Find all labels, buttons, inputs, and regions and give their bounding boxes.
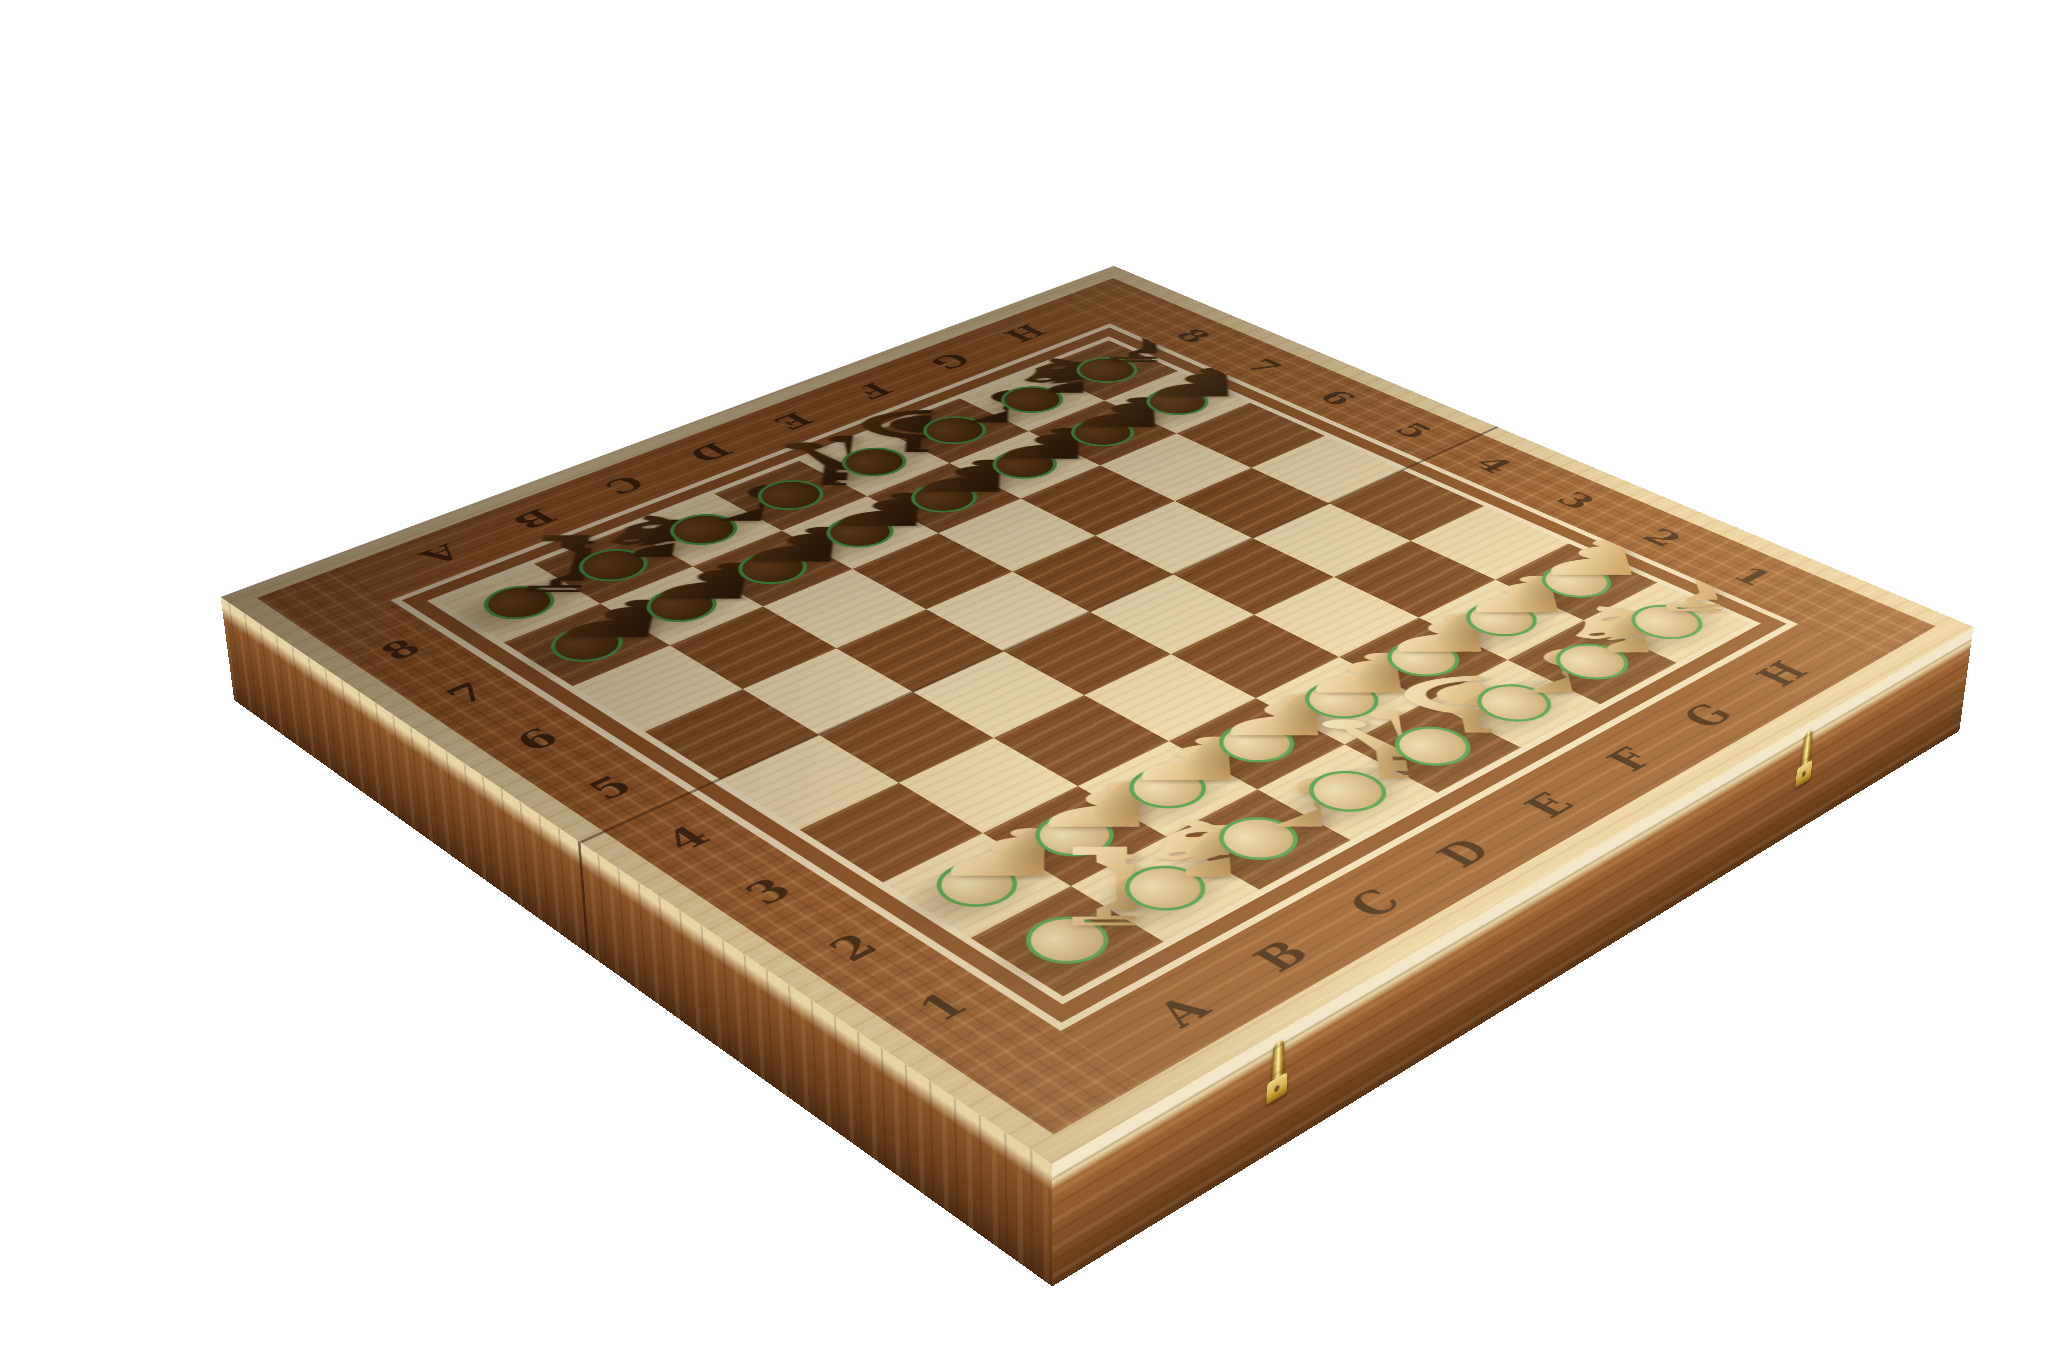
photo-stage: 1122334455667788AABBCCDDEEFFGGHH ♜♞♝♛♚♝♞…	[0, 0, 2048, 1367]
clasp-strap-icon	[1800, 729, 1813, 772]
clasp-strap-icon	[1272, 1039, 1284, 1087]
brass-clasp-right	[1792, 726, 1818, 795]
fold-seam-side	[578, 841, 590, 955]
board-top: 1122334455667788AABBCCDDEEFFGGHH ♜♞♝♛♚♝♞…	[221, 266, 1974, 1164]
clasp-catch-icon	[1266, 1072, 1287, 1106]
clasp-catch-icon	[1795, 760, 1812, 789]
brass-clasp-left	[1263, 1035, 1290, 1114]
scene: 1122334455667788AABBCCDDEEFFGGHH ♜♞♝♛♚♝♞…	[0, 0, 2048, 1367]
